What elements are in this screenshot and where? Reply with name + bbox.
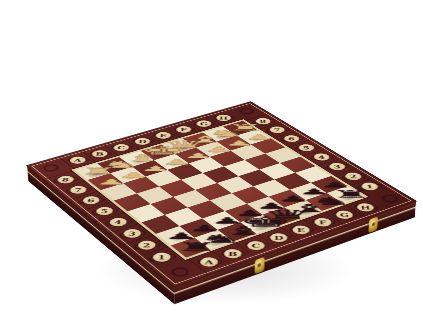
square-c2[interactable]: [202, 211, 240, 230]
file-label-h-far: H: [216, 115, 231, 121]
rank-label-8-left-text: 8: [62, 177, 70, 182]
rank-label-2-right: 2: [345, 173, 362, 180]
rank-label-3-right-text: 3: [333, 164, 341, 169]
chess-board: AABBCCDDEEFFGGHH1122334455667788 ♜♞♝♚♛♝♞…: [27, 102, 416, 287]
file-label-g-far-text: G: [200, 121, 208, 125]
brass-clasp: [368, 216, 378, 233]
file-label-h-far-text: H: [219, 116, 228, 120]
file-label-b-far-text: B: [95, 151, 104, 156]
file-label-a-far-text: A: [73, 158, 81, 163]
brass-clasp: [254, 257, 264, 275]
rank-label-4-right: 4: [313, 153, 329, 160]
photo-scene: AABBCCDDEEFFGGHH1122334455667788 ♜♞♝♚♛♝♞…: [0, 0, 423, 318]
piece-white-pawn[interactable]: ♟: [71, 178, 152, 186]
file-label-f-far-text: F: [180, 127, 187, 131]
rank-label-3-right: 3: [329, 163, 346, 170]
rank-label-4-right-text: 4: [318, 155, 325, 160]
rank-label-2-right-text: 2: [349, 174, 357, 179]
rank-label-5-right: 5: [298, 144, 314, 151]
file-label-e-far-text: E: [159, 133, 166, 138]
rank-label-5-right-text: 5: [303, 145, 310, 150]
file-label-c-far-text: C: [117, 145, 125, 150]
